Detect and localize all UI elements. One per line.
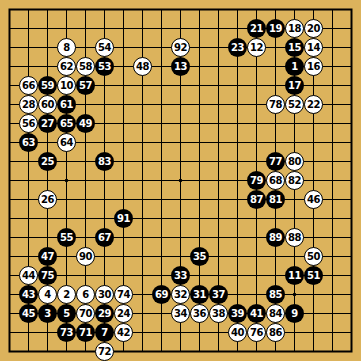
stone-70-white: 70: [76, 304, 95, 323]
stone-3-black: 3: [38, 304, 57, 323]
stone-43-black: 43: [19, 285, 38, 304]
stone-67-black: 67: [95, 228, 114, 247]
stone-86-white: 86: [266, 323, 285, 342]
stone-11-black: 11: [285, 266, 304, 285]
stone-24-white: 24: [114, 304, 133, 323]
stone-28-white: 28: [19, 95, 38, 114]
stone-79-black: 79: [247, 171, 266, 190]
stone-6-white: 6: [76, 285, 95, 304]
go-board[interactable]: 1234567891011121314151617181920212223242…: [0, 0, 361, 361]
stone-74-white: 74: [114, 285, 133, 304]
stone-72-white: 72: [95, 342, 114, 361]
stone-68-white: 68: [266, 171, 285, 190]
stone-26-white: 26: [38, 190, 57, 209]
stone-32-white: 32: [171, 285, 190, 304]
stone-63-black: 63: [19, 133, 38, 152]
stone-33-black: 33: [171, 266, 190, 285]
stone-55-black: 55: [57, 228, 76, 247]
stone-58-white: 58: [76, 57, 95, 76]
stone-45-black: 45: [19, 304, 38, 323]
stone-8-white: 8: [57, 38, 76, 57]
stones-layer: 1234567891011121314151617181920212223242…: [0, 0, 361, 361]
stone-7-black: 7: [95, 323, 114, 342]
stone-36-white: 36: [190, 304, 209, 323]
stone-76-white: 76: [247, 323, 266, 342]
stone-50-white: 50: [304, 247, 323, 266]
stone-48-white: 48: [133, 57, 152, 76]
stone-66-white: 66: [19, 76, 38, 95]
stone-44-white: 44: [19, 266, 38, 285]
stone-41-black: 41: [247, 304, 266, 323]
stone-23-black: 23: [228, 38, 247, 57]
stone-9-black: 9: [285, 304, 304, 323]
stone-75-black: 75: [38, 266, 57, 285]
stone-64-white: 64: [57, 133, 76, 152]
stone-82-white: 82: [285, 171, 304, 190]
stone-16-white: 16: [304, 57, 323, 76]
stone-89-black: 89: [266, 228, 285, 247]
stone-38-white: 38: [209, 304, 228, 323]
stone-17-black: 17: [285, 76, 304, 95]
stone-42-white: 42: [114, 323, 133, 342]
stone-65-black: 65: [57, 114, 76, 133]
stone-14-white: 14: [304, 38, 323, 57]
stone-91-black: 91: [114, 209, 133, 228]
stone-30-white: 30: [95, 285, 114, 304]
stone-15-black: 15: [285, 38, 304, 57]
stone-59-black: 59: [38, 76, 57, 95]
stone-87-black: 87: [247, 190, 266, 209]
stone-22-white: 22: [304, 95, 323, 114]
stone-85-black: 85: [266, 285, 285, 304]
stone-18-white: 18: [285, 19, 304, 38]
stone-31-black: 31: [190, 285, 209, 304]
stone-13-black: 13: [171, 57, 190, 76]
stone-49-black: 49: [76, 114, 95, 133]
stone-46-white: 46: [304, 190, 323, 209]
stone-29-black: 29: [95, 304, 114, 323]
stone-81-black: 81: [266, 190, 285, 209]
stone-61-black: 61: [57, 95, 76, 114]
stone-2-white: 2: [57, 285, 76, 304]
stone-35-black: 35: [190, 247, 209, 266]
stone-21-black: 21: [247, 19, 266, 38]
stone-78-white: 78: [266, 95, 285, 114]
stone-25-black: 25: [38, 152, 57, 171]
stone-51-black: 51: [304, 266, 323, 285]
stone-77-black: 77: [266, 152, 285, 171]
stone-54-white: 54: [95, 38, 114, 57]
stone-47-black: 47: [38, 247, 57, 266]
stone-92-white: 92: [171, 38, 190, 57]
stone-69-black: 69: [152, 285, 171, 304]
stone-71-black: 71: [76, 323, 95, 342]
stone-56-white: 56: [19, 114, 38, 133]
stone-20-white: 20: [304, 19, 323, 38]
stone-84-white: 84: [266, 304, 285, 323]
stone-90-white: 90: [76, 247, 95, 266]
stone-73-black: 73: [57, 323, 76, 342]
stone-62-white: 62: [57, 57, 76, 76]
stone-5-black: 5: [57, 304, 76, 323]
stone-40-white: 40: [228, 323, 247, 342]
stone-19-black: 19: [266, 19, 285, 38]
stone-4-white: 4: [38, 285, 57, 304]
stone-12-white: 12: [247, 38, 266, 57]
stone-10-white: 10: [57, 76, 76, 95]
stone-53-black: 53: [95, 57, 114, 76]
stone-88-white: 88: [285, 228, 304, 247]
stone-80-white: 80: [285, 152, 304, 171]
stone-1-black: 1: [285, 57, 304, 76]
stone-39-black: 39: [228, 304, 247, 323]
stone-52-white: 52: [285, 95, 304, 114]
stone-57-black: 57: [76, 76, 95, 95]
stone-83-black: 83: [95, 152, 114, 171]
stone-34-white: 34: [171, 304, 190, 323]
stone-27-black: 27: [38, 114, 57, 133]
stone-60-white: 60: [38, 95, 57, 114]
stone-37-black: 37: [209, 285, 228, 304]
